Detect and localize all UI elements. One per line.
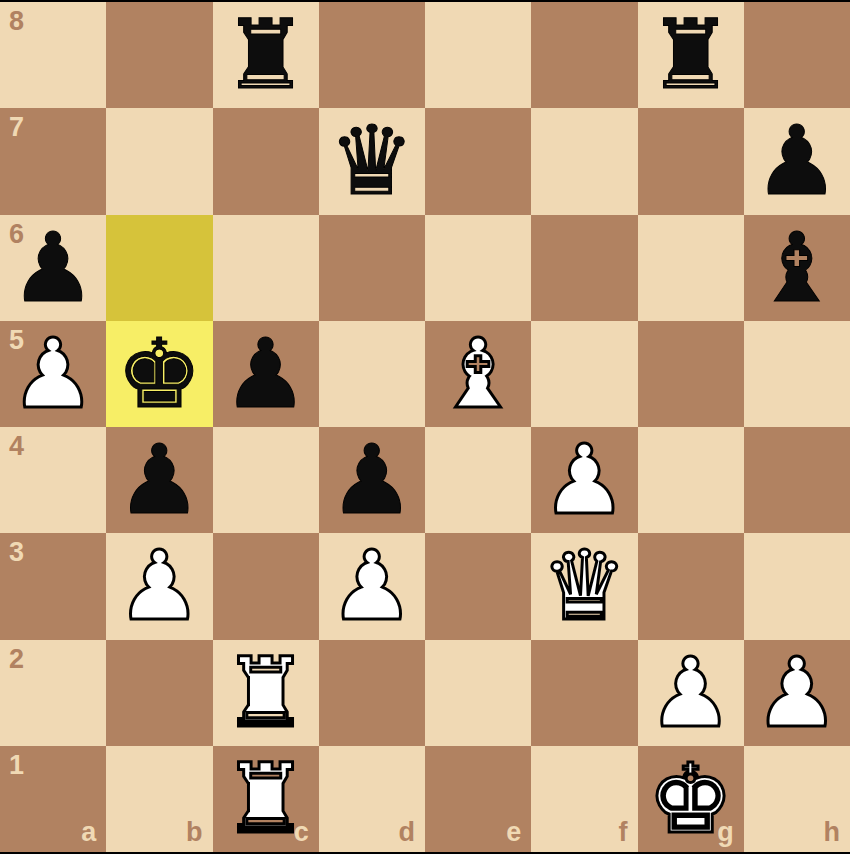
square-b2[interactable] [106, 640, 212, 746]
square-f8[interactable] [531, 2, 637, 108]
square-g4[interactable] [638, 427, 744, 533]
square-h7[interactable]: ♟ [744, 108, 850, 214]
square-a7[interactable]: 7 [0, 108, 106, 214]
square-f4[interactable]: ♟ [531, 427, 637, 533]
square-e5[interactable]: ♝ [425, 321, 531, 427]
piece-white-rook[interactable]: ♜ [223, 746, 309, 852]
square-e4[interactable] [425, 427, 531, 533]
piece-white-pawn[interactable]: ♟ [10, 321, 96, 427]
chessboard-frame: 8♜♜7♛♟6♟♝5♟♚♟♝4♟♟♟3♟♟♛2♜♟♟1abc♜defg♚h [0, 0, 850, 854]
square-a6[interactable]: 6♟ [0, 215, 106, 321]
square-c3[interactable] [213, 533, 319, 639]
square-b1[interactable]: b [106, 746, 212, 852]
square-f2[interactable] [531, 640, 637, 746]
rank-label-2: 2 [9, 646, 24, 673]
square-e3[interactable] [425, 533, 531, 639]
file-label-f: f [619, 819, 628, 846]
square-d4[interactable]: ♟ [319, 427, 425, 533]
square-a3[interactable]: 3 [0, 533, 106, 639]
square-b6[interactable] [106, 215, 212, 321]
square-h6[interactable]: ♝ [744, 215, 850, 321]
file-label-e: e [506, 819, 521, 846]
square-d2[interactable] [319, 640, 425, 746]
chessboard: 8♜♜7♛♟6♟♝5♟♚♟♝4♟♟♟3♟♟♛2♜♟♟1abc♜defg♚h [0, 2, 850, 852]
file-label-d: d [399, 819, 416, 846]
square-c4[interactable] [213, 427, 319, 533]
square-h3[interactable] [744, 533, 850, 639]
piece-black-bishop[interactable]: ♝ [754, 215, 840, 321]
square-g2[interactable]: ♟ [638, 640, 744, 746]
square-b5[interactable]: ♚ [106, 321, 212, 427]
piece-black-rook[interactable]: ♜ [648, 2, 734, 108]
square-b4[interactable]: ♟ [106, 427, 212, 533]
rank-label-7: 7 [9, 114, 24, 141]
piece-black-rook[interactable]: ♜ [223, 2, 309, 108]
rank-label-3: 3 [9, 539, 24, 566]
rank-label-8: 8 [9, 8, 24, 35]
piece-black-pawn[interactable]: ♟ [116, 427, 202, 533]
piece-white-pawn[interactable]: ♟ [754, 640, 840, 746]
square-a8[interactable]: 8 [0, 2, 106, 108]
square-c2[interactable]: ♜ [213, 640, 319, 746]
piece-white-bishop[interactable]: ♝ [435, 321, 521, 427]
square-f1[interactable]: f [531, 746, 637, 852]
square-e6[interactable] [425, 215, 531, 321]
square-c5[interactable]: ♟ [213, 321, 319, 427]
square-e1[interactable]: e [425, 746, 531, 852]
square-d8[interactable] [319, 2, 425, 108]
square-h1[interactable]: h [744, 746, 850, 852]
square-f5[interactable] [531, 321, 637, 427]
square-g8[interactable]: ♜ [638, 2, 744, 108]
piece-black-pawn[interactable]: ♟ [329, 427, 415, 533]
square-a5[interactable]: 5♟ [0, 321, 106, 427]
rank-label-1: 1 [9, 752, 24, 779]
square-g6[interactable] [638, 215, 744, 321]
piece-white-pawn[interactable]: ♟ [116, 533, 202, 639]
square-d3[interactable]: ♟ [319, 533, 425, 639]
square-d1[interactable]: d [319, 746, 425, 852]
square-c6[interactable] [213, 215, 319, 321]
piece-black-queen[interactable]: ♛ [329, 108, 415, 214]
piece-white-queen[interactable]: ♛ [541, 533, 627, 639]
square-f7[interactable] [531, 108, 637, 214]
square-g7[interactable] [638, 108, 744, 214]
square-a1[interactable]: 1a [0, 746, 106, 852]
file-label-h: h [824, 819, 841, 846]
square-d7[interactable]: ♛ [319, 108, 425, 214]
piece-black-pawn[interactable]: ♟ [754, 108, 840, 214]
square-e8[interactable] [425, 2, 531, 108]
piece-white-pawn[interactable]: ♟ [648, 640, 734, 746]
square-b3[interactable]: ♟ [106, 533, 212, 639]
square-b8[interactable] [106, 2, 212, 108]
square-b7[interactable] [106, 108, 212, 214]
square-h2[interactable]: ♟ [744, 640, 850, 746]
square-g3[interactable] [638, 533, 744, 639]
square-g5[interactable] [638, 321, 744, 427]
square-h8[interactable] [744, 2, 850, 108]
file-label-b: b [186, 819, 203, 846]
square-f3[interactable]: ♛ [531, 533, 637, 639]
rank-label-4: 4 [9, 433, 24, 460]
piece-white-rook[interactable]: ♜ [223, 640, 309, 746]
piece-white-pawn[interactable]: ♟ [541, 427, 627, 533]
square-d6[interactable] [319, 215, 425, 321]
piece-white-pawn[interactable]: ♟ [329, 533, 415, 639]
square-c7[interactable] [213, 108, 319, 214]
square-c8[interactable]: ♜ [213, 2, 319, 108]
piece-black-pawn[interactable]: ♟ [10, 215, 96, 321]
square-h5[interactable] [744, 321, 850, 427]
file-label-a: a [81, 819, 96, 846]
piece-black-pawn[interactable]: ♟ [223, 321, 309, 427]
square-c1[interactable]: c♜ [213, 746, 319, 852]
square-a4[interactable]: 4 [0, 427, 106, 533]
square-h4[interactable] [744, 427, 850, 533]
piece-white-king[interactable]: ♚ [648, 746, 734, 852]
piece-black-king[interactable]: ♚ [116, 321, 202, 427]
square-g1[interactable]: g♚ [638, 746, 744, 852]
square-f6[interactable] [531, 215, 637, 321]
square-e7[interactable] [425, 108, 531, 214]
square-e2[interactable] [425, 640, 531, 746]
square-d5[interactable] [319, 321, 425, 427]
square-a2[interactable]: 2 [0, 640, 106, 746]
